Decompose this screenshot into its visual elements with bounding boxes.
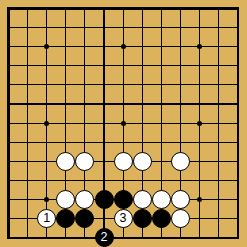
star-point [197,197,202,202]
black-stone [75,209,94,228]
white-stone [152,190,171,209]
white-stone [171,190,190,209]
black-stone [114,190,133,209]
white-stone [171,209,190,228]
white-stone [114,152,133,171]
move-2-black-stone: 2 [95,228,114,247]
grid-line-vertical [237,7,239,239]
black-stone [56,209,75,228]
move-number-label: 1 [43,212,50,225]
star-point [121,121,126,126]
star-point [44,121,49,126]
white-stone [56,152,75,171]
white-stone [133,152,152,171]
white-stone [75,152,94,171]
grid-line-horizontal [7,180,239,181]
white-stone [56,190,75,209]
grid-line-horizontal [7,142,239,143]
white-stone [75,190,94,209]
move-number-label: 3 [120,212,127,225]
white-stone [133,190,152,209]
move-3-white-stone: 3 [114,209,133,228]
star-point [121,44,126,49]
black-stone [95,190,114,209]
move-1-white-stone: 1 [37,209,56,228]
go-board: 132 [0,0,247,247]
star-point [197,44,202,49]
star-point [44,197,49,202]
grid-line-vertical [218,7,219,239]
black-stone [152,209,171,228]
star-point [44,44,49,49]
grid-line-horizontal [7,237,239,239]
go-diagram: 132 [0,0,247,247]
star-point [197,121,202,126]
move-number-label: 2 [101,231,108,244]
black-stone [133,209,152,228]
white-stone [171,152,190,171]
